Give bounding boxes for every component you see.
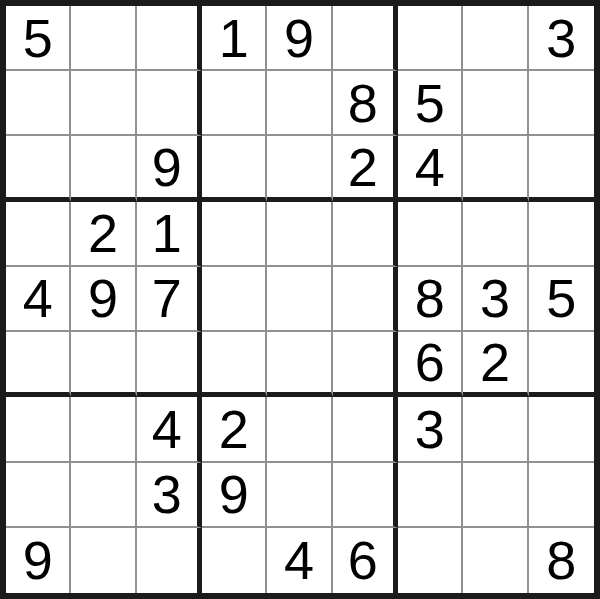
cell-r3c4[interactable] <box>202 136 267 201</box>
cell-r4c4[interactable] <box>202 202 267 267</box>
cell-r4c3[interactable]: 1 <box>137 202 202 267</box>
cell-value: 9 <box>23 533 53 587</box>
cell-r9c8[interactable] <box>463 528 528 593</box>
cell-r4c5[interactable] <box>267 202 332 267</box>
cell-r2c7[interactable]: 5 <box>398 71 463 136</box>
cell-r8c3[interactable]: 3 <box>137 463 202 528</box>
cell-r1c8[interactable] <box>463 6 528 71</box>
cell-value: 3 <box>415 402 445 456</box>
cell-r9c5[interactable]: 4 <box>267 528 332 593</box>
cell-r9c7[interactable] <box>398 528 463 593</box>
cell-r3c1[interactable] <box>6 136 71 201</box>
cell-value: 8 <box>415 271 445 325</box>
cell-r3c6[interactable]: 2 <box>333 136 398 201</box>
cell-value: 9 <box>284 11 314 65</box>
cell-r9c9[interactable]: 8 <box>529 528 594 593</box>
cell-r8c6[interactable] <box>333 463 398 528</box>
cell-r9c3[interactable] <box>137 528 202 593</box>
cell-r7c4[interactable]: 2 <box>202 397 267 462</box>
cell-r6c2[interactable] <box>71 332 136 397</box>
cell-r6c1[interactable] <box>6 332 71 397</box>
cell-r5c7[interactable]: 8 <box>398 267 463 332</box>
cell-r1c9[interactable]: 3 <box>529 6 594 71</box>
cell-value: 2 <box>88 206 118 260</box>
cell-r8c5[interactable] <box>267 463 332 528</box>
cell-r7c6[interactable] <box>333 397 398 462</box>
cell-r3c8[interactable] <box>463 136 528 201</box>
cell-r5c9[interactable]: 5 <box>529 267 594 332</box>
cell-r8c8[interactable] <box>463 463 528 528</box>
cell-value: 4 <box>152 402 182 456</box>
cell-r2c6[interactable]: 8 <box>333 71 398 136</box>
cell-r6c9[interactable] <box>529 332 594 397</box>
cell-r5c1[interactable]: 4 <box>6 267 71 332</box>
cell-r4c8[interactable] <box>463 202 528 267</box>
cell-r1c7[interactable] <box>398 6 463 71</box>
cell-r6c8[interactable]: 2 <box>463 332 528 397</box>
cell-r9c1[interactable]: 9 <box>6 528 71 593</box>
cell-r6c7[interactable]: 6 <box>398 332 463 397</box>
cell-r8c1[interactable] <box>6 463 71 528</box>
cell-r3c9[interactable] <box>529 136 594 201</box>
cell-value: 4 <box>284 533 314 587</box>
cell-r2c3[interactable] <box>137 71 202 136</box>
cell-value: 2 <box>348 140 378 194</box>
cell-r5c5[interactable] <box>267 267 332 332</box>
cell-value: 1 <box>219 11 249 65</box>
cell-r5c3[interactable]: 7 <box>137 267 202 332</box>
cell-r5c8[interactable]: 3 <box>463 267 528 332</box>
cell-r1c2[interactable] <box>71 6 136 71</box>
cell-value: 9 <box>88 271 118 325</box>
cell-r3c2[interactable] <box>71 136 136 201</box>
cell-value: 4 <box>23 271 53 325</box>
cell-value: 2 <box>219 402 249 456</box>
cell-r9c6[interactable]: 6 <box>333 528 398 593</box>
cell-r1c4[interactable]: 1 <box>202 6 267 71</box>
cell-value: 8 <box>546 533 576 587</box>
cell-value: 6 <box>348 533 378 587</box>
cell-r2c8[interactable] <box>463 71 528 136</box>
cell-r8c7[interactable] <box>398 463 463 528</box>
cell-r8c2[interactable] <box>71 463 136 528</box>
cell-r7c7[interactable]: 3 <box>398 397 463 462</box>
cell-r1c3[interactable] <box>137 6 202 71</box>
cell-r2c9[interactable] <box>529 71 594 136</box>
cell-r2c4[interactable] <box>202 71 267 136</box>
cell-r2c2[interactable] <box>71 71 136 136</box>
cell-value: 3 <box>546 11 576 65</box>
cell-value: 5 <box>23 11 53 65</box>
cell-r7c2[interactable] <box>71 397 136 462</box>
cell-value: 3 <box>480 271 510 325</box>
cell-value: 1 <box>152 206 182 260</box>
cell-r7c9[interactable] <box>529 397 594 462</box>
cell-r4c2[interactable]: 2 <box>71 202 136 267</box>
cell-r6c3[interactable] <box>137 332 202 397</box>
cell-r6c4[interactable] <box>202 332 267 397</box>
cell-r6c6[interactable] <box>333 332 398 397</box>
cell-r1c1[interactable]: 5 <box>6 6 71 71</box>
cell-r4c1[interactable] <box>6 202 71 267</box>
cell-value: 9 <box>152 140 182 194</box>
cell-r8c9[interactable] <box>529 463 594 528</box>
cell-r1c6[interactable] <box>333 6 398 71</box>
cell-r7c8[interactable] <box>463 397 528 462</box>
cell-r7c5[interactable] <box>267 397 332 462</box>
cell-r2c5[interactable] <box>267 71 332 136</box>
cell-r3c5[interactable] <box>267 136 332 201</box>
cell-r5c6[interactable] <box>333 267 398 332</box>
cell-value: 3 <box>152 467 182 521</box>
cell-r9c4[interactable] <box>202 528 267 593</box>
cell-r4c7[interactable] <box>398 202 463 267</box>
cell-r5c4[interactable] <box>202 267 267 332</box>
cell-r9c2[interactable] <box>71 528 136 593</box>
cell-value: 9 <box>219 467 249 521</box>
cell-r6c5[interactable] <box>267 332 332 397</box>
cell-r7c3[interactable]: 4 <box>137 397 202 462</box>
cell-r8c4[interactable]: 9 <box>202 463 267 528</box>
cell-r4c9[interactable] <box>529 202 594 267</box>
cell-value: 6 <box>415 335 445 389</box>
cell-r4c6[interactable] <box>333 202 398 267</box>
cell-r3c3[interactable]: 9 <box>137 136 202 201</box>
cell-r1c5[interactable]: 9 <box>267 6 332 71</box>
cell-value: 7 <box>152 271 182 325</box>
cell-r7c1[interactable] <box>6 397 71 462</box>
cell-r3c7[interactable]: 4 <box>398 136 463 201</box>
cell-r2c1[interactable] <box>6 71 71 136</box>
cell-value: 5 <box>546 271 576 325</box>
cell-r5c2[interactable]: 9 <box>71 267 136 332</box>
cell-value: 2 <box>480 335 510 389</box>
cell-value: 8 <box>348 76 378 130</box>
cell-value: 5 <box>415 76 445 130</box>
sudoku-board: 5193859242149783562423399468 <box>0 0 600 599</box>
cell-value: 4 <box>415 140 445 194</box>
